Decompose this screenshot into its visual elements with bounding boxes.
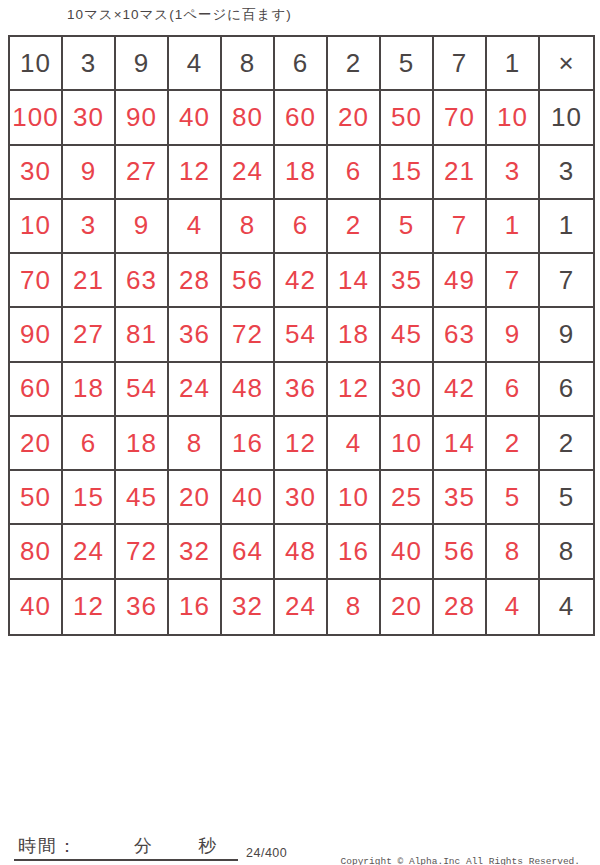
answer-cell: 1 bbox=[487, 200, 540, 254]
factor-cell: 8 bbox=[540, 525, 593, 579]
answer-cell: 32 bbox=[222, 580, 275, 634]
answer-cell: 40 bbox=[169, 91, 222, 145]
answer-cell: 5 bbox=[381, 200, 434, 254]
copyright-text: Copyright © Alpha.Inc All Rights Reserve… bbox=[341, 856, 580, 865]
answer-cell: 80 bbox=[222, 91, 275, 145]
factor-cell: 10 bbox=[540, 91, 593, 145]
answer-cell: 35 bbox=[381, 254, 434, 308]
answer-cell: 8 bbox=[328, 580, 381, 634]
answer-cell: 6 bbox=[63, 417, 116, 471]
answer-cell: 30 bbox=[63, 91, 116, 145]
answer-cell: 4 bbox=[328, 417, 381, 471]
worksheet-page: 10マス×10マス(1ページに百ます) 10394862571×10030904… bbox=[0, 0, 600, 865]
answer-cell: 80 bbox=[10, 525, 63, 579]
answer-cell: 27 bbox=[116, 146, 169, 200]
factor-cell: 5 bbox=[540, 471, 593, 525]
copyright-block: Copyright © Alpha.Inc All Rights Reserve… bbox=[341, 831, 580, 865]
answer-cell: 24 bbox=[275, 580, 328, 634]
answer-cell: 28 bbox=[169, 254, 222, 308]
answer-cell: 9 bbox=[63, 146, 116, 200]
answer-cell: 18 bbox=[63, 363, 116, 417]
answer-cell: 3 bbox=[487, 146, 540, 200]
answer-cell: 16 bbox=[169, 580, 222, 634]
answer-cell: 50 bbox=[10, 471, 63, 525]
answer-cell: 3 bbox=[63, 200, 116, 254]
answer-cell: 14 bbox=[328, 254, 381, 308]
answer-cell: 14 bbox=[434, 417, 487, 471]
answer-cell: 42 bbox=[275, 254, 328, 308]
answer-cell: 9 bbox=[487, 308, 540, 362]
answer-cell: 20 bbox=[10, 417, 63, 471]
answer-cell: 30 bbox=[10, 146, 63, 200]
answer-cell: 20 bbox=[381, 580, 434, 634]
multiplication-grid: 10394862571×1003090408060205070101030927… bbox=[8, 35, 595, 636]
factor-cell: 8 bbox=[222, 37, 275, 91]
answer-cell: 7 bbox=[487, 254, 540, 308]
answer-cell: 63 bbox=[434, 308, 487, 362]
answer-cell: 32 bbox=[169, 525, 222, 579]
answer-cell: 8 bbox=[169, 417, 222, 471]
answer-cell: 45 bbox=[116, 471, 169, 525]
answer-cell: 36 bbox=[169, 308, 222, 362]
answer-cell: 2 bbox=[328, 200, 381, 254]
answer-cell: 18 bbox=[328, 308, 381, 362]
answer-cell: 27 bbox=[63, 308, 116, 362]
answer-cell: 100 bbox=[10, 91, 63, 145]
answer-cell: 7 bbox=[434, 200, 487, 254]
answer-cell: 70 bbox=[434, 91, 487, 145]
answer-cell: 24 bbox=[63, 525, 116, 579]
answer-cell: 49 bbox=[434, 254, 487, 308]
answer-cell: 4 bbox=[487, 580, 540, 634]
answer-cell: 70 bbox=[10, 254, 63, 308]
answer-cell: 40 bbox=[10, 580, 63, 634]
time-label: 時間： bbox=[18, 834, 78, 858]
answer-cell: 30 bbox=[381, 363, 434, 417]
answer-cell: 21 bbox=[63, 254, 116, 308]
answer-cell: 72 bbox=[116, 525, 169, 579]
answer-cell: 30 bbox=[275, 471, 328, 525]
factor-cell: × bbox=[540, 37, 593, 91]
answer-cell: 6 bbox=[487, 363, 540, 417]
answer-cell: 90 bbox=[10, 308, 63, 362]
answer-cell: 12 bbox=[169, 146, 222, 200]
answer-cell: 40 bbox=[222, 471, 275, 525]
worksheet-title: 10マス×10マス(1ページに百ます) bbox=[67, 6, 292, 24]
answer-cell: 36 bbox=[275, 363, 328, 417]
answer-cell: 10 bbox=[487, 91, 540, 145]
answer-cell: 2 bbox=[487, 417, 540, 471]
minutes-label: 分 bbox=[134, 834, 154, 858]
answer-cell: 42 bbox=[434, 363, 487, 417]
answer-cell: 4 bbox=[169, 200, 222, 254]
factor-cell: 2 bbox=[328, 37, 381, 91]
answer-cell: 12 bbox=[328, 363, 381, 417]
answer-cell: 50 bbox=[381, 91, 434, 145]
answer-cell: 36 bbox=[116, 580, 169, 634]
factor-cell: 3 bbox=[63, 37, 116, 91]
answer-cell: 56 bbox=[434, 525, 487, 579]
answer-cell: 20 bbox=[328, 91, 381, 145]
answer-cell: 60 bbox=[275, 91, 328, 145]
answer-cell: 6 bbox=[275, 200, 328, 254]
factor-cell: 6 bbox=[275, 37, 328, 91]
answer-cell: 63 bbox=[116, 254, 169, 308]
answer-cell: 10 bbox=[10, 200, 63, 254]
answer-cell: 18 bbox=[116, 417, 169, 471]
answer-cell: 24 bbox=[222, 146, 275, 200]
factor-cell: 4 bbox=[169, 37, 222, 91]
time-entry-line: 時間： 分 秒 bbox=[14, 835, 238, 861]
answer-cell: 45 bbox=[381, 308, 434, 362]
factor-cell: 5 bbox=[381, 37, 434, 91]
answer-cell: 54 bbox=[275, 308, 328, 362]
answer-cell: 16 bbox=[328, 525, 381, 579]
factor-cell: 4 bbox=[540, 580, 593, 634]
answer-cell: 12 bbox=[63, 580, 116, 634]
answer-cell: 5 bbox=[487, 471, 540, 525]
factor-cell: 7 bbox=[540, 254, 593, 308]
answer-cell: 9 bbox=[116, 200, 169, 254]
answer-cell: 40 bbox=[381, 525, 434, 579]
answer-cell: 10 bbox=[381, 417, 434, 471]
answer-cell: 25 bbox=[381, 471, 434, 525]
seconds-label: 秒 bbox=[198, 834, 218, 858]
answer-cell: 8 bbox=[487, 525, 540, 579]
answer-cell: 72 bbox=[222, 308, 275, 362]
answer-cell: 15 bbox=[63, 471, 116, 525]
factor-cell: 7 bbox=[434, 37, 487, 91]
answer-cell: 20 bbox=[169, 471, 222, 525]
factor-cell: 6 bbox=[540, 363, 593, 417]
answer-cell: 48 bbox=[222, 363, 275, 417]
answer-cell: 8 bbox=[222, 200, 275, 254]
answer-cell: 28 bbox=[434, 580, 487, 634]
factor-cell: 9 bbox=[540, 308, 593, 362]
answer-cell: 56 bbox=[222, 254, 275, 308]
answer-cell: 21 bbox=[434, 146, 487, 200]
page-number: 24/400 bbox=[246, 846, 287, 860]
factor-cell: 3 bbox=[540, 146, 593, 200]
answer-cell: 48 bbox=[275, 525, 328, 579]
answer-cell: 16 bbox=[222, 417, 275, 471]
answer-cell: 54 bbox=[116, 363, 169, 417]
answer-cell: 60 bbox=[10, 363, 63, 417]
answer-cell: 10 bbox=[328, 471, 381, 525]
factor-cell: 9 bbox=[116, 37, 169, 91]
answer-cell: 64 bbox=[222, 525, 275, 579]
answer-cell: 90 bbox=[116, 91, 169, 145]
factor-cell: 1 bbox=[540, 200, 593, 254]
factor-cell: 2 bbox=[540, 417, 593, 471]
answer-cell: 24 bbox=[169, 363, 222, 417]
answer-cell: 81 bbox=[116, 308, 169, 362]
answer-cell: 35 bbox=[434, 471, 487, 525]
answer-cell: 18 bbox=[275, 146, 328, 200]
answer-cell: 15 bbox=[381, 146, 434, 200]
factor-cell: 1 bbox=[487, 37, 540, 91]
factor-cell: 10 bbox=[10, 37, 63, 91]
answer-cell: 6 bbox=[328, 146, 381, 200]
answer-cell: 12 bbox=[275, 417, 328, 471]
